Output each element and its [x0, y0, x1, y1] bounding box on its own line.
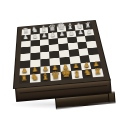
piece-gold-pawn: ♟ [40, 66, 51, 74]
piece-gold-bishop: ♝ [39, 71, 50, 81]
piece-gold-pawn: ♟ [29, 67, 40, 75]
square-b1: ♞ [30, 74, 41, 83]
piece-gold-pawn: ♟ [91, 61, 102, 69]
piece-silver-bishop: ♝ [39, 25, 49, 34]
piece-gold-pawn: ♟ [60, 64, 71, 72]
square-d2: ♟ [50, 65, 61, 73]
piece-gold-pawn: ♟ [70, 63, 81, 71]
square-d1: ♛ [50, 72, 61, 81]
piece-gold-rook: ♜ [18, 74, 29, 83]
chess-set: ♜♞♝♛♚♝♞♜♟♟♟♟♟♟♟♟♟♟♟♟♟♟♟♟♜♞♝♛♚♝♞♜ [3, 0, 116, 118]
square-a1: ♜ [19, 75, 30, 84]
drawer-end-cap [108, 93, 115, 103]
piece-gold-rook: ♜ [92, 68, 103, 77]
chess-board: ♜♞♝♛♚♝♞♜♟♟♟♟♟♟♟♟♟♟♟♟♟♟♟♟♜♞♝♛♚♝♞♜ [14, 21, 110, 88]
chess-set-product-photo: ♜♞♝♛♚♝♞♜♟♟♟♟♟♟♟♟♟♟♟♟♟♟♟♟♜♞♝♛♚♝♞♜ [0, 0, 120, 120]
square-g1: ♞ [81, 69, 93, 78]
piece-gold-pawn: ♟ [50, 65, 61, 73]
piece-gold-pawn: ♟ [19, 67, 30, 75]
square-c1: ♝ [40, 73, 51, 82]
square-a2: ♟ [20, 67, 30, 75]
piece-gold-knight: ♞ [29, 72, 40, 82]
square-h1: ♜ [92, 69, 104, 78]
piece-silver-queen: ♛ [48, 23, 58, 32]
piece-silver-knight: ♞ [30, 26, 40, 34]
